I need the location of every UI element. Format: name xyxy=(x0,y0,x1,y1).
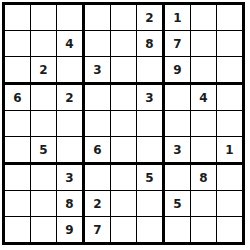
cell-r6c5[interactable] xyxy=(111,137,137,165)
cell-r1c8[interactable] xyxy=(191,5,217,31)
cell-r6c3[interactable] xyxy=(57,137,85,165)
cell-r2c4[interactable] xyxy=(85,31,111,57)
cell-r2c6[interactable]: 8 xyxy=(137,31,165,57)
cell-r7c6[interactable]: 5 xyxy=(137,165,165,191)
cell-r6c6[interactable] xyxy=(137,137,165,165)
cell-r8c5[interactable] xyxy=(111,191,137,217)
cell-r2c2[interactable] xyxy=(31,31,57,57)
cell-r2c1[interactable] xyxy=(5,31,31,57)
cell-r1c3[interactable] xyxy=(57,5,85,31)
cell-r4c8[interactable]: 4 xyxy=(191,85,217,111)
cell-r5c7[interactable] xyxy=(165,111,191,137)
cell-r9c6[interactable] xyxy=(137,217,165,242)
cell-r5c5[interactable] xyxy=(111,111,137,137)
cell-r3c3[interactable] xyxy=(57,57,85,85)
cell-r1c9[interactable] xyxy=(217,5,242,31)
cell-r8c4[interactable]: 2 xyxy=(85,191,111,217)
cell-r8c7[interactable]: 5 xyxy=(165,191,191,217)
sudoku-board: 214872396234563135882597 xyxy=(2,2,245,245)
cell-r6c7[interactable]: 3 xyxy=(165,137,191,165)
cell-r4c6[interactable]: 3 xyxy=(137,85,165,111)
cell-r7c8[interactable]: 8 xyxy=(191,165,217,191)
cell-r4c7[interactable] xyxy=(165,85,191,111)
cell-r2c3[interactable]: 4 xyxy=(57,31,85,57)
cell-r3c7[interactable]: 9 xyxy=(165,57,191,85)
cell-r7c4[interactable] xyxy=(85,165,111,191)
cell-r3c9[interactable] xyxy=(217,57,242,85)
cell-r9c7[interactable] xyxy=(165,217,191,242)
cell-r5c2[interactable] xyxy=(31,111,57,137)
cell-r3c5[interactable] xyxy=(111,57,137,85)
cell-r5c3[interactable] xyxy=(57,111,85,137)
cell-r4c3[interactable]: 2 xyxy=(57,85,85,111)
cell-r1c5[interactable] xyxy=(111,5,137,31)
cell-r1c2[interactable] xyxy=(31,5,57,31)
cell-r4c5[interactable] xyxy=(111,85,137,111)
cell-r7c7[interactable] xyxy=(165,165,191,191)
cell-r2c5[interactable] xyxy=(111,31,137,57)
cell-r8c9[interactable] xyxy=(217,191,242,217)
cell-r5c4[interactable] xyxy=(85,111,111,137)
cell-r1c1[interactable] xyxy=(5,5,31,31)
cell-r4c2[interactable] xyxy=(31,85,57,111)
cell-r8c2[interactable] xyxy=(31,191,57,217)
cell-r3c6[interactable] xyxy=(137,57,165,85)
cell-r6c1[interactable] xyxy=(5,137,31,165)
cell-r8c6[interactable] xyxy=(137,191,165,217)
cell-r7c1[interactable] xyxy=(5,165,31,191)
cell-r9c1[interactable] xyxy=(5,217,31,242)
cell-r9c9[interactable] xyxy=(217,217,242,242)
cell-r6c9[interactable]: 1 xyxy=(217,137,242,165)
cell-r3c8[interactable] xyxy=(191,57,217,85)
cell-r8c8[interactable] xyxy=(191,191,217,217)
cell-r9c8[interactable] xyxy=(191,217,217,242)
cell-r1c6[interactable]: 2 xyxy=(137,5,165,31)
cell-r2c7[interactable]: 7 xyxy=(165,31,191,57)
cell-r9c3[interactable]: 9 xyxy=(57,217,85,242)
cell-r2c8[interactable] xyxy=(191,31,217,57)
cell-r6c8[interactable] xyxy=(191,137,217,165)
cell-r5c9[interactable] xyxy=(217,111,242,137)
cell-r1c4[interactable] xyxy=(85,5,111,31)
cell-r2c9[interactable] xyxy=(217,31,242,57)
cell-r6c2[interactable]: 5 xyxy=(31,137,57,165)
cell-r9c4[interactable]: 7 xyxy=(85,217,111,242)
cell-r1c7[interactable]: 1 xyxy=(165,5,191,31)
cell-r7c9[interactable] xyxy=(217,165,242,191)
cell-r3c2[interactable]: 2 xyxy=(31,57,57,85)
cell-r7c3[interactable]: 3 xyxy=(57,165,85,191)
cell-r5c6[interactable] xyxy=(137,111,165,137)
cell-r7c2[interactable] xyxy=(31,165,57,191)
cell-r4c1[interactable]: 6 xyxy=(5,85,31,111)
cell-r4c4[interactable] xyxy=(85,85,111,111)
cell-r4c9[interactable] xyxy=(217,85,242,111)
cell-r7c5[interactable] xyxy=(111,165,137,191)
cell-r9c5[interactable] xyxy=(111,217,137,242)
cell-r6c4[interactable]: 6 xyxy=(85,137,111,165)
cell-r8c1[interactable] xyxy=(5,191,31,217)
cell-r5c1[interactable] xyxy=(5,111,31,137)
cell-r3c4[interactable]: 3 xyxy=(85,57,111,85)
cell-r5c8[interactable] xyxy=(191,111,217,137)
cell-r8c3[interactable]: 8 xyxy=(57,191,85,217)
sudoku-page: 214872396234563135882597 xyxy=(0,0,247,247)
cell-r3c1[interactable] xyxy=(5,57,31,85)
cell-r9c2[interactable] xyxy=(31,217,57,242)
